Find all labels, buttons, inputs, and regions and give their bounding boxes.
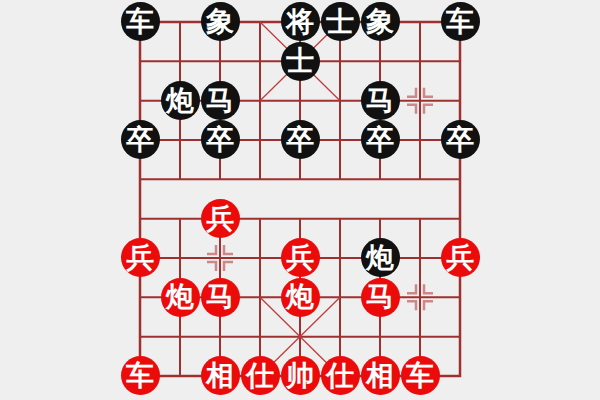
- piece-red-chariot[interactable]: 车: [121, 356, 160, 395]
- piece-black-horse[interactable]: 马: [201, 81, 240, 120]
- piece-black-elephant[interactable]: 象: [361, 2, 400, 41]
- piece-black-cannon[interactable]: 炮: [161, 81, 200, 120]
- piece-black-soldier[interactable]: 卒: [281, 120, 320, 159]
- piece-black-chariot[interactable]: 车: [441, 2, 480, 41]
- piece-black-advisor[interactable]: 士: [281, 42, 320, 81]
- piece-red-chariot[interactable]: 车: [401, 356, 440, 395]
- piece-black-soldier[interactable]: 卒: [361, 120, 400, 159]
- piece-red-advisor[interactable]: 仕: [241, 356, 280, 395]
- piece-red-soldier[interactable]: 兵: [201, 199, 240, 238]
- piece-black-soldier[interactable]: 卒: [201, 120, 240, 159]
- piece-red-soldier[interactable]: 兵: [441, 238, 480, 277]
- piece-red-elephant[interactable]: 相: [201, 356, 240, 395]
- piece-grid: 车象将士象车士炮马马卒卒卒卒卒兵兵兵炮兵炮马炮马车相仕帅仕相车: [120, 2, 480, 395]
- piece-black-horse[interactable]: 马: [361, 81, 400, 120]
- piece-black-chariot[interactable]: 车: [121, 2, 160, 41]
- piece-black-elephant[interactable]: 象: [201, 2, 240, 41]
- piece-red-elephant[interactable]: 相: [361, 356, 400, 395]
- piece-red-soldier[interactable]: 兵: [281, 238, 320, 277]
- xiangqi-board: 车象将士象车士炮马马卒卒卒卒卒兵兵兵炮兵炮马炮马车相仕帅仕相车: [0, 0, 600, 400]
- piece-red-general[interactable]: 帅: [281, 356, 320, 395]
- piece-red-horse[interactable]: 马: [201, 278, 240, 317]
- piece-red-soldier[interactable]: 兵: [121, 238, 160, 277]
- piece-red-cannon[interactable]: 炮: [281, 278, 320, 317]
- piece-black-cannon[interactable]: 炮: [361, 238, 400, 277]
- piece-red-cannon[interactable]: 炮: [161, 278, 200, 317]
- piece-black-general[interactable]: 将: [281, 2, 320, 41]
- piece-red-horse[interactable]: 马: [361, 278, 400, 317]
- piece-red-advisor[interactable]: 仕: [321, 356, 360, 395]
- piece-black-soldier[interactable]: 卒: [441, 120, 480, 159]
- piece-black-advisor[interactable]: 士: [321, 2, 360, 41]
- piece-black-soldier[interactable]: 卒: [121, 120, 160, 159]
